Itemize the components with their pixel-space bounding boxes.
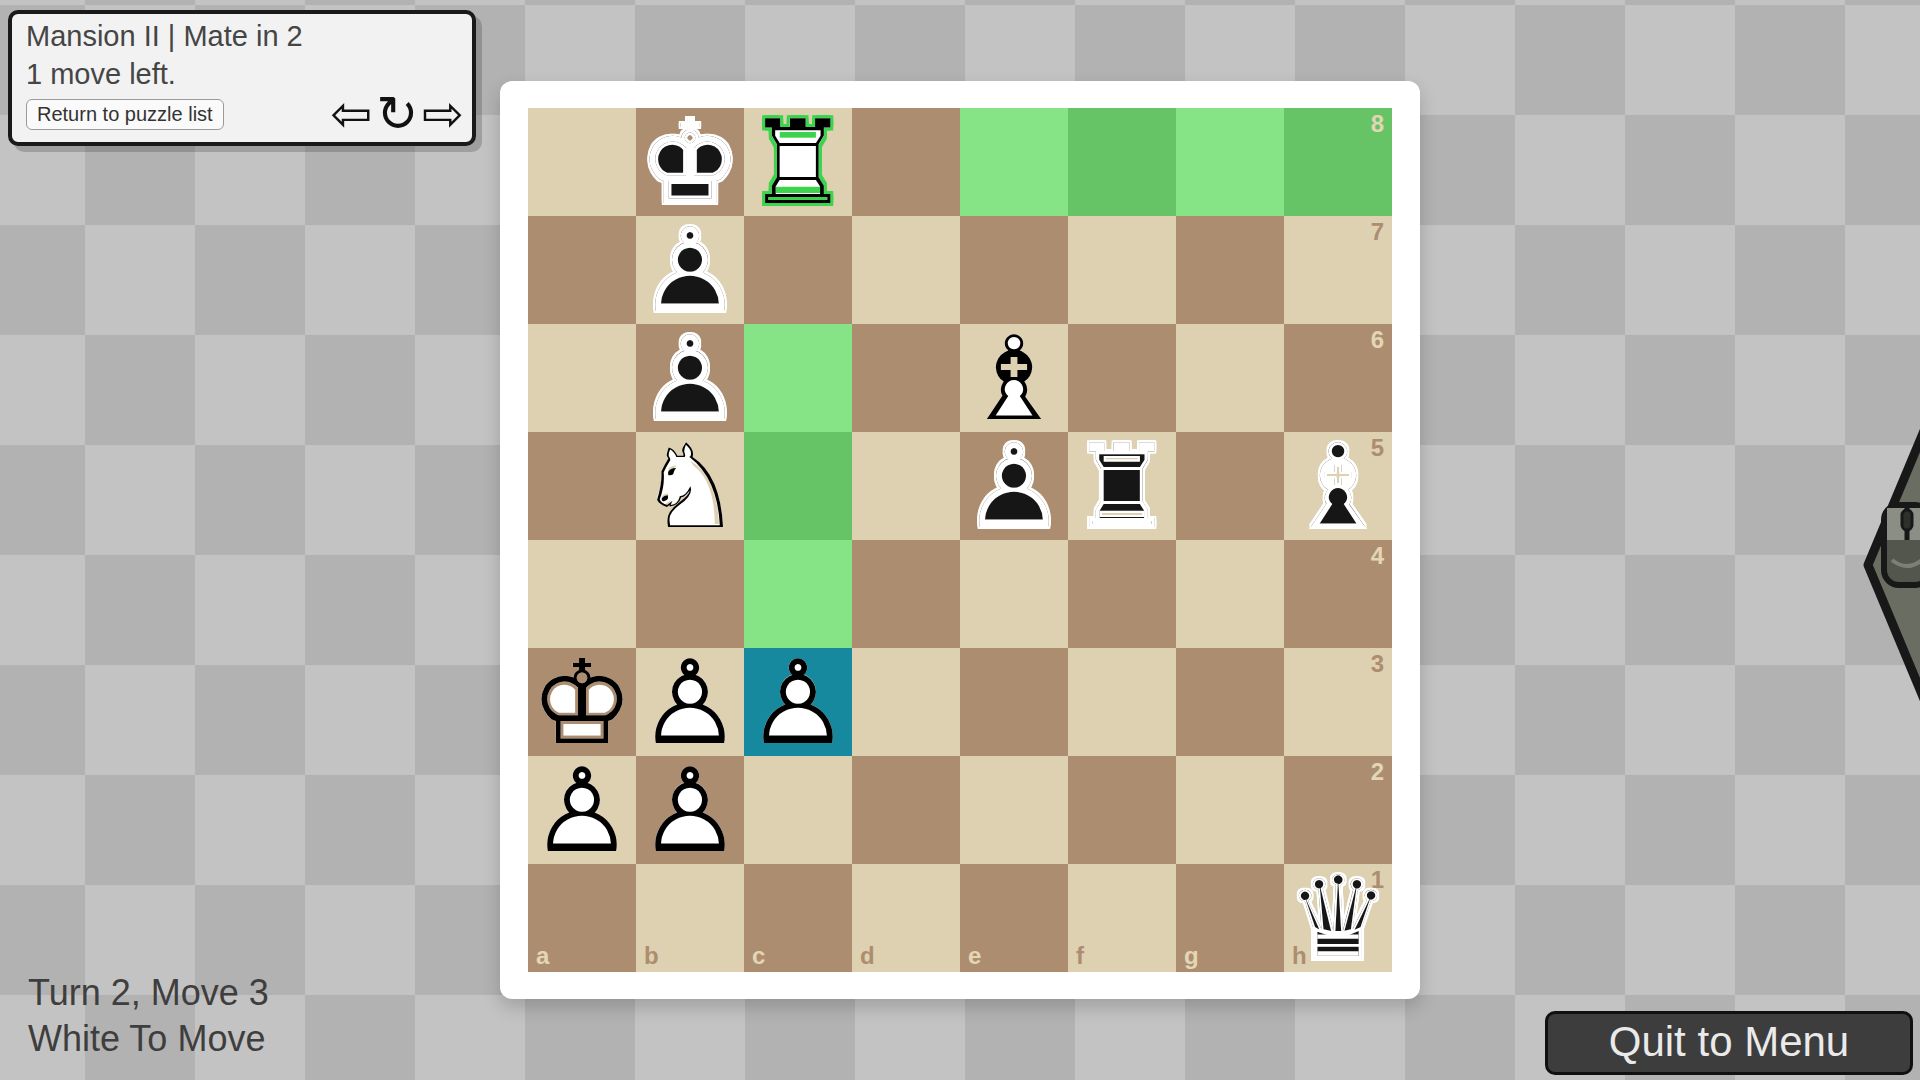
square-e1[interactable]: e bbox=[960, 864, 1068, 972]
square-g2[interactable] bbox=[1176, 756, 1284, 864]
square-f7[interactable] bbox=[1068, 216, 1176, 324]
file-label: a bbox=[536, 942, 549, 970]
square-d1[interactable]: d bbox=[852, 864, 960, 972]
square-b2[interactable]: ♟♙ bbox=[636, 756, 744, 864]
square-e6[interactable]: ♝♗ bbox=[960, 324, 1068, 432]
square-d3[interactable] bbox=[852, 648, 960, 756]
square-a2[interactable]: ♟♙ bbox=[528, 756, 636, 864]
square-d4[interactable] bbox=[852, 540, 960, 648]
board-frame: ♚♔♜♖8♟♙7♟♙♝♗6♞♘♟♙♜♖5♝♗4♚♔♟♙♟♙3♟♙♟♙2abcde… bbox=[500, 81, 1420, 999]
square-f4[interactable] bbox=[1068, 540, 1176, 648]
puzzle-panel: Mansion II | Mate in 2 1 move left. Retu… bbox=[8, 10, 476, 146]
square-c4[interactable] bbox=[744, 540, 852, 648]
file-label: e bbox=[968, 942, 981, 970]
white-pawn-c3[interactable]: ♟♙ bbox=[744, 648, 852, 756]
square-f1[interactable]: f bbox=[1068, 864, 1176, 972]
file-label: b bbox=[644, 942, 659, 970]
square-e5[interactable]: ♟♙ bbox=[960, 432, 1068, 540]
square-g5[interactable] bbox=[1176, 432, 1284, 540]
square-g1[interactable]: g bbox=[1176, 864, 1284, 972]
square-c2[interactable] bbox=[744, 756, 852, 864]
black-pawn-b6[interactable]: ♟♙ bbox=[636, 324, 744, 432]
square-c6[interactable] bbox=[744, 324, 852, 432]
square-f8[interactable] bbox=[1068, 108, 1176, 216]
white-pawn-a2[interactable]: ♟♙ bbox=[528, 756, 636, 864]
square-a4[interactable] bbox=[528, 540, 636, 648]
black-bishop-h5[interactable]: ♝♗ bbox=[1284, 432, 1392, 540]
quit-to-menu-button[interactable]: Quit to Menu bbox=[1545, 1011, 1913, 1075]
square-g8[interactable] bbox=[1176, 108, 1284, 216]
square-g4[interactable] bbox=[1176, 540, 1284, 648]
square-c1[interactable]: c bbox=[744, 864, 852, 972]
square-g7[interactable] bbox=[1176, 216, 1284, 324]
square-e7[interactable] bbox=[960, 216, 1068, 324]
square-h4[interactable]: 4 bbox=[1284, 540, 1392, 648]
black-pawn-b7[interactable]: ♟♙ bbox=[636, 216, 744, 324]
square-e3[interactable] bbox=[960, 648, 1068, 756]
file-label: g bbox=[1184, 942, 1199, 970]
rank-label: 3 bbox=[1371, 650, 1384, 678]
square-f3[interactable] bbox=[1068, 648, 1176, 756]
side-to-move: White To Move bbox=[28, 1016, 269, 1062]
square-b1[interactable]: b bbox=[636, 864, 744, 972]
mouse-icon bbox=[1884, 505, 1920, 585]
square-b3[interactable]: ♟♙ bbox=[636, 648, 744, 756]
square-d6[interactable] bbox=[852, 324, 960, 432]
square-f6[interactable] bbox=[1068, 324, 1176, 432]
square-h3[interactable]: 3 bbox=[1284, 648, 1392, 756]
square-a6[interactable] bbox=[528, 324, 636, 432]
square-a1[interactable]: a bbox=[528, 864, 636, 972]
retry-puzzle-icon[interactable]: ↻ bbox=[376, 88, 418, 140]
square-a7[interactable] bbox=[528, 216, 636, 324]
puzzle-status: 1 move left. bbox=[26, 58, 176, 91]
white-pawn-b3[interactable]: ♟♙ bbox=[636, 648, 744, 756]
previous-puzzle-arrow-icon[interactable]: ⇦ bbox=[330, 88, 372, 140]
square-b6[interactable]: ♟♙ bbox=[636, 324, 744, 432]
square-d2[interactable] bbox=[852, 756, 960, 864]
turn-indicator: Turn 2, Move 3 bbox=[28, 970, 269, 1016]
file-label: f bbox=[1076, 942, 1084, 970]
square-g6[interactable] bbox=[1176, 324, 1284, 432]
file-label: d bbox=[860, 942, 875, 970]
square-c7[interactable] bbox=[744, 216, 852, 324]
mouse-hint-panel bbox=[1862, 400, 1920, 730]
square-f5[interactable]: ♜♖ bbox=[1068, 432, 1176, 540]
square-b7[interactable]: ♟♙ bbox=[636, 216, 744, 324]
square-h2[interactable]: 2 bbox=[1284, 756, 1392, 864]
square-e8[interactable] bbox=[960, 108, 1068, 216]
black-king-b8[interactable]: ♚♔ bbox=[636, 108, 744, 216]
square-b4[interactable] bbox=[636, 540, 744, 648]
square-h5[interactable]: 5♝♗ bbox=[1284, 432, 1392, 540]
rank-label: 6 bbox=[1371, 326, 1384, 354]
next-puzzle-arrow-icon[interactable]: ⇨ bbox=[422, 88, 464, 140]
white-pawn-b2[interactable]: ♟♙ bbox=[636, 756, 744, 864]
square-d8[interactable] bbox=[852, 108, 960, 216]
square-f2[interactable] bbox=[1068, 756, 1176, 864]
file-label: c bbox=[752, 942, 765, 970]
square-h7[interactable]: 7 bbox=[1284, 216, 1392, 324]
square-a3[interactable]: ♚♔ bbox=[528, 648, 636, 756]
black-rook-f5[interactable]: ♜♖ bbox=[1068, 432, 1176, 540]
square-d5[interactable] bbox=[852, 432, 960, 540]
square-a5[interactable] bbox=[528, 432, 636, 540]
return-to-puzzle-list-button[interactable]: Return to puzzle list bbox=[26, 99, 224, 130]
rank-label: 2 bbox=[1371, 758, 1384, 786]
square-c5[interactable] bbox=[744, 432, 852, 540]
rank-label: 8 bbox=[1371, 110, 1384, 138]
square-a8[interactable] bbox=[528, 108, 636, 216]
square-h1[interactable]: 1h♛♕ bbox=[1284, 864, 1392, 972]
puzzle-nav: ⇦ ↻ ⇨ bbox=[330, 88, 464, 140]
black-pawn-e5[interactable]: ♟♙ bbox=[960, 432, 1068, 540]
square-c8[interactable]: ♜♖ bbox=[744, 108, 852, 216]
square-h8[interactable]: 8 bbox=[1284, 108, 1392, 216]
rank-label: 4 bbox=[1371, 542, 1384, 570]
black-queen-h1[interactable]: ♛♕ bbox=[1284, 864, 1392, 972]
white-rook-c8[interactable]: ♜♖ bbox=[744, 108, 852, 216]
chess-board: ♚♔♜♖8♟♙7♟♙♝♗6♞♘♟♙♜♖5♝♗4♚♔♟♙♟♙3♟♙♟♙2abcde… bbox=[528, 108, 1392, 972]
square-c3[interactable]: ♟♙ bbox=[744, 648, 852, 756]
white-knight-b5[interactable]: ♞♘ bbox=[636, 432, 744, 540]
white-bishop-e6[interactable]: ♝♗ bbox=[960, 324, 1068, 432]
square-b5[interactable]: ♞♘ bbox=[636, 432, 744, 540]
puzzle-title: Mansion II | Mate in 2 bbox=[26, 20, 303, 53]
square-b8[interactable]: ♚♔ bbox=[636, 108, 744, 216]
rank-label: 7 bbox=[1371, 218, 1384, 246]
square-e2[interactable] bbox=[960, 756, 1068, 864]
square-d7[interactable] bbox=[852, 216, 960, 324]
square-h6[interactable]: 6 bbox=[1284, 324, 1392, 432]
square-e4[interactable] bbox=[960, 540, 1068, 648]
hud-left: Turn 2, Move 3 White To Move bbox=[28, 970, 269, 1062]
square-g3[interactable] bbox=[1176, 648, 1284, 756]
white-king-a3[interactable]: ♚♔ bbox=[528, 648, 636, 756]
